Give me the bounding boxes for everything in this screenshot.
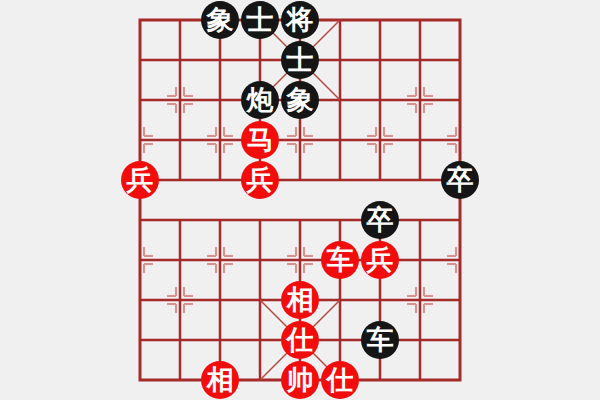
xiangqi-board-diagram: 象士将士炮象卒卒车马兵兵车兵相仕相帅仕 <box>0 0 600 400</box>
piece-red-general[interactable]: 帅 <box>281 361 319 399</box>
piece-red-chariot[interactable]: 车 <box>321 241 359 279</box>
piece-black-soldier[interactable]: 卒 <box>361 201 399 239</box>
piece-black-advisor[interactable]: 士 <box>281 41 319 79</box>
piece-red-soldier[interactable]: 兵 <box>361 241 399 279</box>
piece-black-cannon[interactable]: 炮 <box>241 81 279 119</box>
piece-black-elephant[interactable]: 象 <box>201 1 239 39</box>
piece-black-advisor[interactable]: 士 <box>241 1 279 39</box>
board[interactable]: 象士将士炮象卒卒车马兵兵车兵相仕相帅仕 <box>120 0 480 400</box>
piece-red-soldier[interactable]: 兵 <box>121 161 159 199</box>
piece-red-horse[interactable]: 马 <box>241 121 279 159</box>
piece-black-chariot[interactable]: 车 <box>361 321 399 359</box>
piece-red-advisor[interactable]: 仕 <box>321 361 359 399</box>
piece-black-elephant[interactable]: 象 <box>281 81 319 119</box>
piece-black-general[interactable]: 将 <box>281 1 319 39</box>
piece-black-soldier[interactable]: 卒 <box>441 161 479 199</box>
piece-red-soldier[interactable]: 兵 <box>241 161 279 199</box>
piece-red-elephant[interactable]: 相 <box>281 281 319 319</box>
piece-red-elephant[interactable]: 相 <box>201 361 239 399</box>
piece-red-advisor[interactable]: 仕 <box>281 321 319 359</box>
